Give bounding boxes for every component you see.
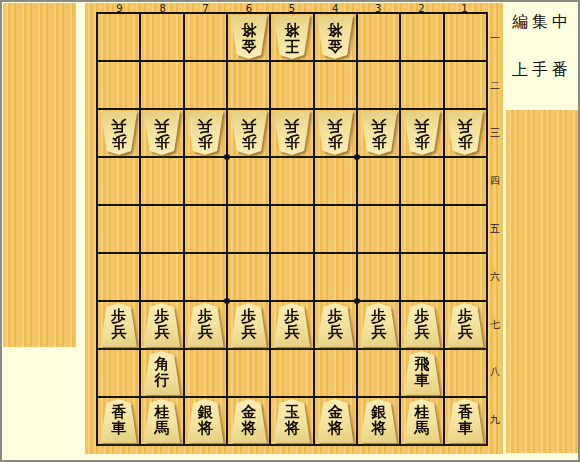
cell-6-3[interactable]: 歩兵 — [228, 110, 269, 156]
piece-pawn[interactable]: 歩兵 — [316, 303, 354, 347]
cell-7-1[interactable] — [185, 14, 226, 60]
piece-pawn[interactable]: 歩兵 — [230, 303, 268, 347]
piece-kanji: 将 — [371, 420, 386, 436]
cell-4-5[interactable] — [315, 206, 356, 252]
piece-kanji: 飛 — [414, 356, 429, 372]
cell-8-5[interactable] — [141, 206, 182, 252]
turn-indicator: 上手番 — [505, 60, 579, 81]
piece-kanji: 銀 — [371, 404, 386, 420]
piece-pawn[interactable]: 歩兵 — [403, 111, 441, 155]
cell-1-2[interactable] — [445, 62, 486, 108]
cell-3-5[interactable] — [358, 206, 399, 252]
piece-kanji: 兵 — [414, 118, 429, 134]
piece-kanji: 歩 — [328, 134, 343, 150]
cell-9-8[interactable] — [98, 350, 139, 396]
piece-kanji: 兵 — [111, 118, 126, 134]
cell-4-7[interactable]: 歩兵 — [315, 302, 356, 348]
piece-face: 銀将 — [186, 399, 224, 443]
piece-king[interactable]: 玉将 — [273, 399, 311, 443]
cell-7-6[interactable] — [185, 254, 226, 300]
cell-7-9[interactable]: 銀将 — [185, 398, 226, 444]
rank-label-2: 二 — [488, 62, 502, 110]
piece-kanji: 金 — [241, 404, 256, 420]
piece-kanji: 玉 — [284, 404, 299, 420]
piece-kanji: 兵 — [371, 324, 386, 340]
board: 987654321 金将王将金将歩兵歩兵歩兵歩兵歩兵歩兵歩兵歩兵歩兵歩兵歩兵歩兵… — [85, 3, 503, 454]
piece-kanji: 歩 — [458, 134, 473, 150]
cell-8-3[interactable]: 歩兵 — [141, 110, 182, 156]
cell-4-3[interactable]: 歩兵 — [315, 110, 356, 156]
rank-label-6: 六 — [488, 253, 502, 301]
star-point — [224, 154, 230, 160]
cell-5-9[interactable]: 玉将 — [271, 398, 312, 444]
piece-kanji: 歩 — [371, 308, 386, 324]
piece-kanji: 兵 — [241, 324, 256, 340]
piece-kanji: 歩 — [328, 308, 343, 324]
piece-pawn[interactable]: 歩兵 — [360, 111, 398, 155]
piece-gold[interactable]: 金将 — [230, 15, 268, 59]
piece-rook[interactable]: 飛車 — [403, 351, 441, 395]
piece-face: 歩兵 — [446, 111, 484, 155]
cell-2-9[interactable]: 桂馬 — [401, 398, 442, 444]
cell-9-7[interactable]: 歩兵 — [98, 302, 139, 348]
cell-6-7[interactable]: 歩兵 — [228, 302, 269, 348]
piece-kanji: 歩 — [241, 308, 256, 324]
piece-kanji: 歩 — [371, 134, 386, 150]
piece-gold[interactable]: 金将 — [316, 399, 354, 443]
cell-8-2[interactable] — [141, 62, 182, 108]
piece-pawn[interactable]: 歩兵 — [100, 303, 138, 347]
piece-kanji: 歩 — [154, 308, 169, 324]
piece-silver[interactable]: 銀将 — [360, 399, 398, 443]
cell-3-9[interactable]: 銀将 — [358, 398, 399, 444]
piece-face: 歩兵 — [316, 303, 354, 347]
piece-kanji: 香 — [111, 404, 126, 420]
cell-1-7[interactable]: 歩兵 — [445, 302, 486, 348]
piece-kanji: 歩 — [111, 308, 126, 324]
piece-kanji: 金 — [328, 404, 343, 420]
cell-3-1[interactable] — [358, 14, 399, 60]
piece-bishop[interactable]: 角行 — [143, 351, 181, 395]
piece-gold[interactable]: 金将 — [316, 15, 354, 59]
star-point — [224, 298, 230, 304]
cell-8-1[interactable] — [141, 14, 182, 60]
rank-label-3: 三 — [488, 110, 502, 158]
cell-4-2[interactable] — [315, 62, 356, 108]
piece-kanji: 将 — [198, 420, 213, 436]
piece-kanji: 歩 — [241, 134, 256, 150]
piece-face: 歩兵 — [143, 303, 181, 347]
piece-pawn[interactable]: 歩兵 — [186, 303, 224, 347]
piece-face: 金将 — [230, 399, 268, 443]
piece-pawn[interactable]: 歩兵 — [100, 111, 138, 155]
piece-pawn[interactable]: 歩兵 — [143, 303, 181, 347]
piece-kanji: 兵 — [458, 324, 473, 340]
cell-6-5[interactable] — [228, 206, 269, 252]
rank-label-5: 五 — [488, 205, 502, 253]
cell-1-6[interactable] — [445, 254, 486, 300]
cell-4-9[interactable]: 金将 — [315, 398, 356, 444]
piece-knight[interactable]: 桂馬 — [143, 399, 181, 443]
piece-pawn[interactable]: 歩兵 — [446, 303, 484, 347]
piece-face: 歩兵 — [143, 111, 181, 155]
cell-6-8[interactable] — [228, 350, 269, 396]
piece-kanji: 将 — [328, 22, 343, 38]
piece-pawn[interactable]: 歩兵 — [403, 303, 441, 347]
cell-8-6[interactable] — [141, 254, 182, 300]
cell-5-7[interactable]: 歩兵 — [271, 302, 312, 348]
piece-kanji: 兵 — [328, 118, 343, 134]
piece-kanji: 兵 — [284, 118, 299, 134]
piece-face: 飛車 — [403, 351, 441, 395]
piece-kanji: 兵 — [198, 324, 213, 340]
rank-label-4: 四 — [488, 157, 502, 205]
cell-6-9[interactable]: 金将 — [228, 398, 269, 444]
cell-8-4[interactable] — [141, 158, 182, 204]
board-grid: 金将王将金将歩兵歩兵歩兵歩兵歩兵歩兵歩兵歩兵歩兵歩兵歩兵歩兵歩兵歩兵歩兵歩兵歩兵… — [96, 12, 488, 446]
piece-face: 歩兵 — [316, 111, 354, 155]
piece-kanji: 歩 — [458, 308, 473, 324]
rank-label-1: 一 — [488, 14, 502, 62]
piece-kanji: 歩 — [284, 308, 299, 324]
cell-2-2[interactable] — [401, 62, 442, 108]
piece-kanji: 兵 — [154, 118, 169, 134]
piece-kanji: 王 — [284, 38, 299, 54]
piece-face: 歩兵 — [186, 303, 224, 347]
piece-kanji: 兵 — [328, 324, 343, 340]
piece-silver[interactable]: 銀将 — [186, 399, 224, 443]
piece-face: 歩兵 — [100, 303, 138, 347]
cell-4-8[interactable] — [315, 350, 356, 396]
cell-3-7[interactable]: 歩兵 — [358, 302, 399, 348]
cell-7-8[interactable] — [185, 350, 226, 396]
cell-3-2[interactable] — [358, 62, 399, 108]
cell-6-4[interactable] — [228, 158, 269, 204]
piece-pawn[interactable]: 歩兵 — [316, 111, 354, 155]
piece-kanji: 将 — [284, 420, 299, 436]
piece-face: 金将 — [230, 15, 268, 59]
piece-face: 歩兵 — [403, 111, 441, 155]
cell-2-5[interactable] — [401, 206, 442, 252]
piece-face: 歩兵 — [100, 111, 138, 155]
piece-pawn[interactable]: 歩兵 — [446, 111, 484, 155]
piece-face: 歩兵 — [273, 111, 311, 155]
piece-kanji: 馬 — [414, 420, 429, 436]
piece-knight[interactable]: 桂馬 — [403, 399, 441, 443]
piece-face: 歩兵 — [230, 111, 268, 155]
piece-face: 歩兵 — [186, 111, 224, 155]
piece-kanji: 兵 — [241, 118, 256, 134]
piece-kanji: 歩 — [414, 308, 429, 324]
cell-3-3[interactable]: 歩兵 — [358, 110, 399, 156]
komadai-right[interactable] — [506, 110, 578, 453]
rank-label-9: 九 — [488, 396, 502, 444]
cell-8-9[interactable]: 桂馬 — [141, 398, 182, 444]
cell-9-3[interactable]: 歩兵 — [98, 110, 139, 156]
cell-5-3[interactable]: 歩兵 — [271, 110, 312, 156]
piece-kanji: 車 — [111, 420, 126, 436]
piece-face: 桂馬 — [403, 399, 441, 443]
piece-kanji: 桂 — [154, 404, 169, 420]
cell-9-9[interactable]: 香車 — [98, 398, 139, 444]
piece-kanji: 兵 — [284, 324, 299, 340]
piece-kanji: 歩 — [198, 308, 213, 324]
cell-5-8[interactable] — [271, 350, 312, 396]
piece-face: 歩兵 — [273, 303, 311, 347]
piece-face: 歩兵 — [360, 111, 398, 155]
cell-9-4[interactable] — [98, 158, 139, 204]
piece-kanji: 車 — [414, 372, 429, 388]
cell-2-4[interactable] — [401, 158, 442, 204]
piece-kanji: 銀 — [198, 404, 213, 420]
star-point — [354, 154, 360, 160]
piece-face: 香車 — [446, 399, 484, 443]
cell-7-7[interactable]: 歩兵 — [185, 302, 226, 348]
cell-3-8[interactable] — [358, 350, 399, 396]
piece-face: 角行 — [143, 351, 181, 395]
piece-pawn[interactable]: 歩兵 — [230, 111, 268, 155]
piece-kanji: 歩 — [111, 134, 126, 150]
komadai-left[interactable] — [3, 3, 76, 347]
cell-9-6[interactable] — [98, 254, 139, 300]
piece-lance[interactable]: 香車 — [100, 399, 138, 443]
piece-kanji: 兵 — [198, 118, 213, 134]
cell-2-6[interactable] — [401, 254, 442, 300]
piece-pawn[interactable]: 歩兵 — [360, 303, 398, 347]
piece-kanji: 歩 — [414, 134, 429, 150]
cell-4-4[interactable] — [315, 158, 356, 204]
piece-kanji: 歩 — [284, 134, 299, 150]
piece-pawn[interactable]: 歩兵 — [273, 303, 311, 347]
piece-kanji: 将 — [241, 420, 256, 436]
piece-face: 歩兵 — [403, 303, 441, 347]
piece-kanji: 兵 — [371, 118, 386, 134]
piece-kanji: 歩 — [154, 134, 169, 150]
piece-kanji: 兵 — [414, 324, 429, 340]
piece-kanji: 歩 — [198, 134, 213, 150]
cell-1-1[interactable] — [445, 14, 486, 60]
piece-pawn[interactable]: 歩兵 — [186, 111, 224, 155]
piece-face: 王将 — [273, 15, 311, 59]
cell-1-3[interactable]: 歩兵 — [445, 110, 486, 156]
cell-2-1[interactable] — [401, 14, 442, 60]
piece-face: 歩兵 — [230, 303, 268, 347]
piece-face: 玉将 — [273, 399, 311, 443]
rank-label-7: 七 — [488, 301, 502, 349]
mode-label: 編集中 — [505, 12, 579, 33]
piece-kanji: 金 — [328, 38, 343, 54]
cell-5-2[interactable] — [271, 62, 312, 108]
piece-face: 金将 — [316, 399, 354, 443]
piece-face: 銀将 — [360, 399, 398, 443]
cell-5-4[interactable] — [271, 158, 312, 204]
piece-pawn[interactable]: 歩兵 — [273, 111, 311, 155]
rank-labels: 一二三四五六七八九 — [488, 14, 502, 444]
piece-lance[interactable]: 香車 — [446, 399, 484, 443]
cell-3-4[interactable] — [358, 158, 399, 204]
cell-3-6[interactable] — [358, 254, 399, 300]
piece-kanji: 将 — [284, 22, 299, 38]
piece-kanji: 車 — [458, 420, 473, 436]
piece-kanji: 角 — [154, 356, 169, 372]
cell-1-8[interactable] — [445, 350, 486, 396]
cell-2-7[interactable]: 歩兵 — [401, 302, 442, 348]
cell-1-4[interactable] — [445, 158, 486, 204]
cell-2-8[interactable]: 飛車 — [401, 350, 442, 396]
cell-4-6[interactable] — [315, 254, 356, 300]
cell-7-5[interactable] — [185, 206, 226, 252]
cell-6-1[interactable]: 金将 — [228, 14, 269, 60]
piece-kanji: 兵 — [111, 324, 126, 340]
piece-face: 歩兵 — [360, 303, 398, 347]
shogi-editor-window: 987654321 金将王将金将歩兵歩兵歩兵歩兵歩兵歩兵歩兵歩兵歩兵歩兵歩兵歩兵… — [0, 0, 580, 462]
piece-kanji: 香 — [458, 404, 473, 420]
cell-9-5[interactable] — [98, 206, 139, 252]
piece-kanji: 兵 — [154, 324, 169, 340]
cell-9-2[interactable] — [98, 62, 139, 108]
cell-5-6[interactable] — [271, 254, 312, 300]
cell-9-1[interactable] — [98, 14, 139, 60]
cell-2-3[interactable]: 歩兵 — [401, 110, 442, 156]
cell-4-1[interactable]: 金将 — [315, 14, 356, 60]
star-point — [354, 298, 360, 304]
piece-kanji: 兵 — [458, 118, 473, 134]
cell-6-2[interactable] — [228, 62, 269, 108]
piece-kanji: 行 — [154, 372, 169, 388]
piece-kanji: 金 — [241, 38, 256, 54]
piece-face: 金将 — [316, 15, 354, 59]
piece-kanji: 桂 — [414, 404, 429, 420]
piece-face: 香車 — [100, 399, 138, 443]
piece-face: 桂馬 — [143, 399, 181, 443]
rank-label-8: 八 — [488, 348, 502, 396]
cell-5-5[interactable] — [271, 206, 312, 252]
cell-7-2[interactable] — [185, 62, 226, 108]
cell-8-7[interactable]: 歩兵 — [141, 302, 182, 348]
cell-1-9[interactable]: 香車 — [445, 398, 486, 444]
cell-5-1[interactable]: 王将 — [271, 14, 312, 60]
piece-face: 歩兵 — [446, 303, 484, 347]
piece-gold[interactable]: 金将 — [230, 399, 268, 443]
piece-pawn[interactable]: 歩兵 — [143, 111, 181, 155]
cell-7-4[interactable] — [185, 158, 226, 204]
piece-kanji: 将 — [328, 420, 343, 436]
cell-1-5[interactable] — [445, 206, 486, 252]
piece-kanji: 馬 — [154, 420, 169, 436]
cell-7-3[interactable]: 歩兵 — [185, 110, 226, 156]
cell-8-8[interactable]: 角行 — [141, 350, 182, 396]
piece-king-uwate[interactable]: 王将 — [273, 15, 311, 59]
cell-6-6[interactable] — [228, 254, 269, 300]
piece-kanji: 将 — [241, 22, 256, 38]
